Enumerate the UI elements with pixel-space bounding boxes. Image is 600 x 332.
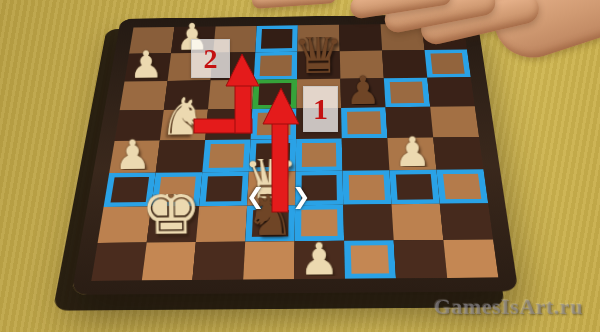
square-b4[interactable]	[156, 140, 206, 173]
square-d1[interactable]	[243, 241, 294, 279]
square-b1[interactable]	[142, 242, 196, 280]
piece-white-knight-b5[interactable]: ♞	[160, 96, 206, 142]
square-h1[interactable]	[443, 239, 498, 278]
square-d8[interactable]	[255, 25, 298, 52]
square-h8[interactable]	[422, 23, 467, 50]
square-c5[interactable]	[205, 109, 252, 140]
piece-black-knight-d2[interactable]: ♞	[245, 193, 295, 243]
square-h6[interactable]	[427, 77, 475, 107]
square-a1[interactable]	[91, 242, 146, 280]
square-c2[interactable]	[196, 206, 247, 242]
square-g6[interactable]	[384, 78, 430, 108]
square-b7[interactable]	[168, 53, 214, 81]
square-e4[interactable]	[296, 138, 343, 171]
square-f2[interactable]	[343, 204, 393, 240]
square-e3[interactable]	[295, 171, 343, 205]
square-h2[interactable]	[440, 203, 493, 239]
square-h4[interactable]	[433, 137, 483, 170]
square-c1[interactable]	[192, 242, 245, 280]
square-f5[interactable]	[341, 107, 387, 138]
square-h5[interactable]	[430, 106, 479, 137]
square-h3[interactable]	[436, 169, 488, 204]
white-pawn-glyph: ♟	[114, 135, 151, 174]
piece-white-pawn-a7[interactable]: ♟	[124, 39, 167, 83]
black-queen-glyph: ♛	[293, 26, 344, 80]
square-e6[interactable]	[297, 79, 341, 109]
square-c7[interactable]	[211, 52, 256, 80]
piece-black-queen-e7[interactable]: ♛	[297, 37, 341, 81]
white-knight-glyph: ♞	[159, 92, 205, 141]
piece-black-pawn-f6[interactable]: ♟	[341, 64, 386, 109]
square-d7[interactable]	[254, 52, 298, 80]
square-e5[interactable]	[296, 108, 342, 139]
chess-board-3d: ♟♟♛♟♞♟♟♛♚♞♟	[71, 14, 518, 295]
square-f1[interactable]	[344, 240, 396, 279]
square-g7[interactable]	[382, 50, 427, 78]
square-g3[interactable]	[389, 170, 439, 205]
piece-white-pawn-e1[interactable]: ♟	[294, 229, 345, 280]
piece-white-pawn-b8[interactable]: ♟	[171, 12, 213, 55]
hand-palm	[483, 0, 600, 68]
square-g2[interactable]	[392, 204, 444, 240]
square-f8[interactable]	[339, 24, 382, 51]
black-knight-glyph: ♞	[245, 189, 296, 242]
square-f3[interactable]	[343, 170, 392, 205]
square-c6[interactable]	[208, 80, 254, 110]
square-g8[interactable]	[381, 24, 425, 51]
piece-white-pawn-g4[interactable]: ♟	[389, 124, 436, 171]
square-h7[interactable]	[425, 50, 471, 78]
square-c8[interactable]	[213, 26, 257, 53]
white-pawn-glyph: ♟	[176, 19, 209, 54]
square-d5[interactable]	[251, 108, 297, 139]
square-g1[interactable]	[394, 240, 447, 279]
square-d6[interactable]	[252, 79, 297, 109]
hand-finger	[252, 0, 337, 9]
white-pawn-glyph: ♟	[299, 238, 339, 280]
black-pawn-glyph: ♟	[346, 72, 381, 109]
piece-white-pawn-a4[interactable]: ♟	[109, 127, 156, 174]
white-pawn-glyph: ♟	[394, 132, 431, 171]
square-f4[interactable]	[342, 138, 390, 171]
site-watermark: GamesIsArt.ru	[434, 294, 583, 320]
piece-white-king-b2[interactable]: ♚	[147, 194, 197, 244]
square-c3[interactable]	[199, 172, 249, 206]
white-king-glyph: ♚	[140, 178, 202, 244]
white-pawn-glyph: ♟	[129, 47, 163, 83]
